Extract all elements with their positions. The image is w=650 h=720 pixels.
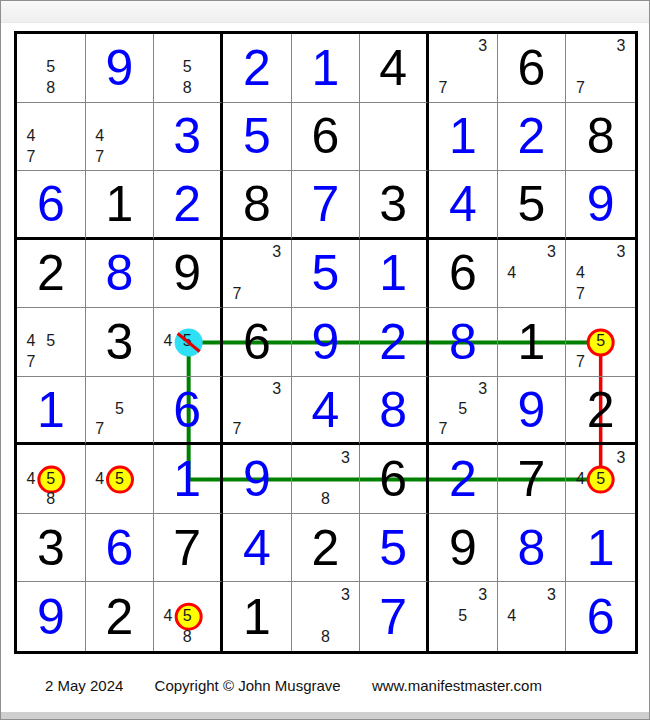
cell-r6c8[interactable]: 9 [498,377,567,446]
candidate-5: 5 [110,468,130,489]
cell-r8c3[interactable]: 7 [154,514,223,583]
given-digit: 3 [379,179,407,229]
pencil-marks: 34 [502,584,562,648]
placed-digit: 5 [243,111,271,161]
placed-digit: 1 [449,111,477,161]
candidate-5: 5 [178,57,197,78]
candidate-4: 4 [90,125,110,146]
candidate-4: 4 [502,263,522,284]
placed-digit: 5 [312,248,340,298]
cell-r4c8[interactable]: 34 [498,240,567,309]
pencil-marks: 457 [21,310,81,373]
candidate-8: 8 [316,627,336,648]
cell-r2c9[interactable]: 8 [566,103,635,172]
pencil-marks: 47 [21,105,81,168]
cell-r9c1[interactable]: 9 [17,582,86,651]
candidate-7: 7 [433,419,453,439]
cell-r1c2[interactable]: 9 [86,34,155,103]
cell-r7c6[interactable]: 6 [360,445,429,514]
placed-digit: 6 [587,592,615,642]
placed-digit: 1 [173,454,201,504]
cell-r5c8[interactable]: 1 [498,308,567,377]
given-digit: 7 [518,454,546,504]
cell-r3c3[interactable]: 2 [154,171,223,240]
candidate-5: 5 [453,606,473,627]
footer: 2 May 2024 Copyright © John Musgrave www… [45,677,569,694]
given-digit: 9 [173,248,201,298]
candidate-4: 4 [158,331,177,352]
candidate-7: 7 [90,146,110,167]
pencil-marks: 34 [502,242,562,305]
cell-r6c2[interactable]: 57 [86,377,155,446]
candidate-7: 7 [90,419,110,439]
cell-r4c4[interactable]: 37 [223,240,292,309]
pencil-marks: 458 [21,447,81,510]
cell-r2c1[interactable]: 47 [17,103,86,172]
cell-r6c3[interactable]: 6 [154,377,223,446]
placed-digit: 8 [449,317,477,367]
candidate-8: 8 [316,489,336,510]
given-digit: 7 [173,523,201,573]
candidate-7: 7 [570,352,590,373]
cell-r6c1[interactable]: 1 [17,377,86,446]
cell-r6c9[interactable]: 2 [566,377,635,446]
cell-r4c3[interactable]: 9 [154,240,223,309]
cell-r8c8[interactable]: 8 [498,514,567,583]
candidate-3: 3 [473,36,493,57]
cell-r5c5[interactable]: 9 [292,308,361,377]
given-digit: 6 [243,317,271,367]
cell-r7c3[interactable]: 1 [154,445,223,514]
cell-r2c5[interactable]: 6 [292,103,361,172]
candidate-5: 5 [41,331,61,352]
pencil-marks: 57 [90,379,150,440]
cell-r6c5[interactable]: 4 [292,377,361,446]
given-digit: 1 [243,592,271,642]
candidate-8: 8 [41,489,61,510]
pencil-marks: 37 [570,36,631,99]
cell-r3c4[interactable]: 8 [223,171,292,240]
footer-date: 2 May 2024 [45,677,123,694]
given-digit: 1 [518,317,546,367]
candidate-4: 4 [502,606,522,627]
given-digit: 5 [518,179,546,229]
cell-r1c3[interactable]: 58 [154,34,223,103]
pencil-marks: 45 [90,447,150,510]
candidate-4: 4 [570,468,590,489]
footer-website[interactable]: www.manifestmaster.com [372,677,542,694]
pencil-marks: 57 [570,310,631,373]
cell-r2c4[interactable]: 5 [223,103,292,172]
cell-r1c1[interactable]: 58 [17,34,86,103]
placed-digit: 6 [37,179,65,229]
candidate-3: 3 [611,36,631,57]
candidate-5: 5 [591,331,611,352]
placed-digit: 8 [379,385,407,435]
candidate-7: 7 [570,78,590,99]
placed-digit: 1 [37,385,65,435]
pencil-marks: 458 [158,584,216,648]
candidate-4: 4 [21,125,41,146]
given-digit: 4 [379,43,407,93]
cell-r4c9[interactable]: 347 [566,240,635,309]
cell-r8c1[interactable]: 3 [17,514,86,583]
cell-r7c2[interactable]: 45 [86,445,155,514]
candidate-4: 4 [570,263,590,284]
cell-r7c9[interactable]: 345 [566,445,635,514]
cell-r8c7[interactable]: 9 [429,514,498,583]
pencil-marks: 47 [90,105,150,168]
sudoku-board: 5895821437637474735612861287345928937516… [14,31,638,654]
given-digit: 3 [106,317,134,367]
pencil-marks: 38 [296,584,356,648]
cell-r4c7[interactable]: 6 [429,240,498,309]
placed-digit: 1 [312,43,340,93]
cell-r8c5[interactable]: 2 [292,514,361,583]
given-digit: 8 [243,179,271,229]
candidate-3: 3 [473,379,493,399]
placed-digit: 8 [106,248,134,298]
cell-r2c7[interactable]: 1 [429,103,498,172]
cell-r5c6[interactable]: 2 [360,308,429,377]
cell-r8c2[interactable]: 6 [86,514,155,583]
cell-r3c8[interactable]: 5 [498,171,567,240]
placed-digit: 9 [106,43,134,93]
cell-r2c6[interactable] [360,103,429,172]
cell-r7c7[interactable]: 2 [429,445,498,514]
candidate-4: 4 [21,468,41,489]
pencil-marks [364,105,422,168]
cell-r4c1[interactable]: 2 [17,240,86,309]
cell-r3c2[interactable]: 1 [86,171,155,240]
candidate-3: 3 [541,584,561,605]
given-digit: 2 [587,385,615,435]
cell-r1c7[interactable]: 37 [429,34,498,103]
app-window: 5895821437637474735612861287345928937516… [0,0,650,720]
placed-digit: 9 [312,317,340,367]
placed-digit: 7 [379,592,407,642]
placed-digit: 4 [312,385,340,435]
pencil-marks: 357 [433,379,493,440]
given-digit: 2 [312,523,340,573]
cell-r2c3[interactable]: 3 [154,103,223,172]
cell-r1c4[interactable]: 2 [223,34,292,103]
cell-r3c7[interactable]: 4 [429,171,498,240]
cell-r5c9[interactable]: 57 [566,308,635,377]
given-digit: 6 [379,454,407,504]
candidate-5: 5 [178,331,197,352]
candidate-5: 5 [591,468,611,489]
placed-digit: 8 [518,523,546,573]
given-digit: 6 [312,111,340,161]
placed-digit: 2 [379,317,407,367]
cell-r4c5[interactable]: 5 [292,240,361,309]
cell-r9c6[interactable]: 7 [360,582,429,651]
given-digit: 6 [449,248,477,298]
cell-r7c4[interactable]: 9 [223,445,292,514]
candidate-4: 4 [158,606,177,627]
placed-digit: 9 [587,179,615,229]
placed-digit: 9 [37,592,65,642]
placed-digit: 6 [106,523,134,573]
candidate-3: 3 [611,242,631,263]
candidate-4: 4 [90,468,110,489]
placed-digit: 5 [379,523,407,573]
pencil-marks: 37 [227,379,287,440]
placed-digit: 2 [449,454,477,504]
candidate-5: 5 [110,399,130,419]
placed-digit: 1 [587,523,615,573]
cell-r7c1[interactable]: 458 [17,445,86,514]
placed-digit: 2 [173,179,201,229]
candidate-5: 5 [41,57,61,78]
cell-r9c4[interactable]: 1 [223,582,292,651]
cell-r4c6[interactable]: 1 [360,240,429,309]
candidate-8: 8 [41,78,61,99]
cell-r8c6[interactable]: 5 [360,514,429,583]
cell-r3c5[interactable]: 7 [292,171,361,240]
cell-r9c3[interactable]: 458 [154,582,223,651]
cell-r2c8[interactable]: 2 [498,103,567,172]
cell-r9c7[interactable]: 35 [429,582,498,651]
cell-r7c8[interactable]: 7 [498,445,567,514]
pencil-marks: 58 [21,36,81,99]
candidate-4: 4 [21,331,41,352]
cell-r8c9[interactable]: 1 [566,514,635,583]
cell-r6c7[interactable]: 357 [429,377,498,446]
placed-digit: 7 [312,179,340,229]
pencil-marks: 37 [227,242,287,305]
cell-r7c5[interactable]: 38 [292,445,361,514]
cell-r9c9[interactable]: 6 [566,582,635,651]
cell-r1c5[interactable]: 1 [292,34,361,103]
window-bottom-bar [1,712,649,719]
candidate-3: 3 [611,447,631,468]
candidate-3: 3 [335,584,355,605]
candidate-7: 7 [433,78,453,99]
placed-digit: 3 [173,111,201,161]
candidate-7: 7 [21,352,41,373]
cell-r5c2[interactable]: 3 [86,308,155,377]
cell-r1c9[interactable]: 37 [566,34,635,103]
placed-digit: 4 [449,179,477,229]
pencil-marks: 45 [158,310,216,373]
candidate-3: 3 [473,584,493,605]
placed-digit: 9 [518,385,546,435]
candidate-8: 8 [178,627,197,648]
candidate-3: 3 [335,447,355,468]
cell-r6c6[interactable]: 8 [360,377,429,446]
placed-digit: 2 [518,111,546,161]
cell-r5c7[interactable]: 8 [429,308,498,377]
candidate-7: 7 [570,283,590,304]
cell-r1c8[interactable]: 6 [498,34,567,103]
pencil-marks: 37 [433,36,493,99]
given-digit: 6 [518,43,546,93]
placed-digit: 9 [243,454,271,504]
cell-r5c4[interactable]: 6 [223,308,292,377]
cell-r3c9[interactable]: 9 [566,171,635,240]
given-digit: 2 [106,592,134,642]
placed-digit: 4 [243,523,271,573]
candidate-7: 7 [21,146,41,167]
pencil-marks: 35 [433,584,493,648]
cell-r3c6[interactable]: 3 [360,171,429,240]
placed-digit: 6 [173,385,201,435]
candidate-3: 3 [267,379,287,399]
candidate-5: 5 [178,606,197,627]
cell-r9c2[interactable]: 2 [86,582,155,651]
given-digit: 3 [37,523,65,573]
given-digit: 9 [449,523,477,573]
candidate-5: 5 [41,468,61,489]
cell-r1c6[interactable]: 4 [360,34,429,103]
pencil-marks: 347 [570,242,631,305]
placed-digit: 2 [243,43,271,93]
window-top-bar [1,1,649,23]
placed-digit: 1 [379,248,407,298]
cell-r5c1[interactable]: 457 [17,308,86,377]
candidate-3: 3 [541,242,561,263]
cell-r9c5[interactable]: 38 [292,582,361,651]
cell-r8c4[interactable]: 4 [223,514,292,583]
cell-r5c3[interactable]: 45 [154,308,223,377]
cell-r3c1[interactable]: 6 [17,171,86,240]
cell-r9c8[interactable]: 34 [498,582,567,651]
candidate-7: 7 [227,283,247,304]
pencil-marks: 38 [296,447,356,510]
candidate-7: 7 [227,419,247,439]
cell-r2c2[interactable]: 47 [86,103,155,172]
pencil-marks: 345 [570,447,631,510]
candidate-5: 5 [453,399,473,419]
given-digit: 2 [37,248,65,298]
candidate-8: 8 [178,78,197,99]
pencil-marks: 58 [158,36,216,99]
cell-r6c4[interactable]: 37 [223,377,292,446]
candidate-3: 3 [267,242,287,263]
given-digit: 8 [587,111,615,161]
given-digit: 1 [106,179,134,229]
cell-r4c2[interactable]: 8 [86,240,155,309]
footer-copyright: Copyright © John Musgrave [155,677,341,694]
